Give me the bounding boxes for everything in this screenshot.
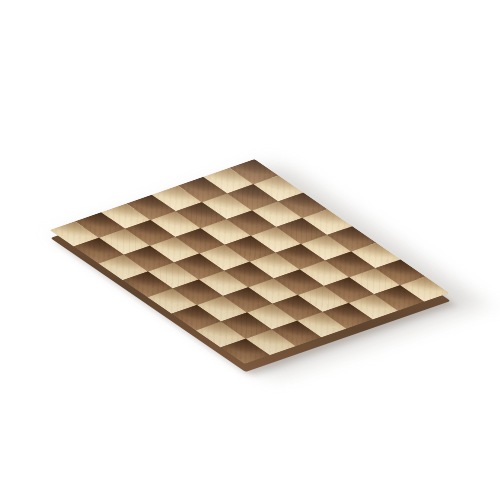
product-photo-canvas: [0, 0, 500, 500]
chessboard: [108, 120, 391, 403]
